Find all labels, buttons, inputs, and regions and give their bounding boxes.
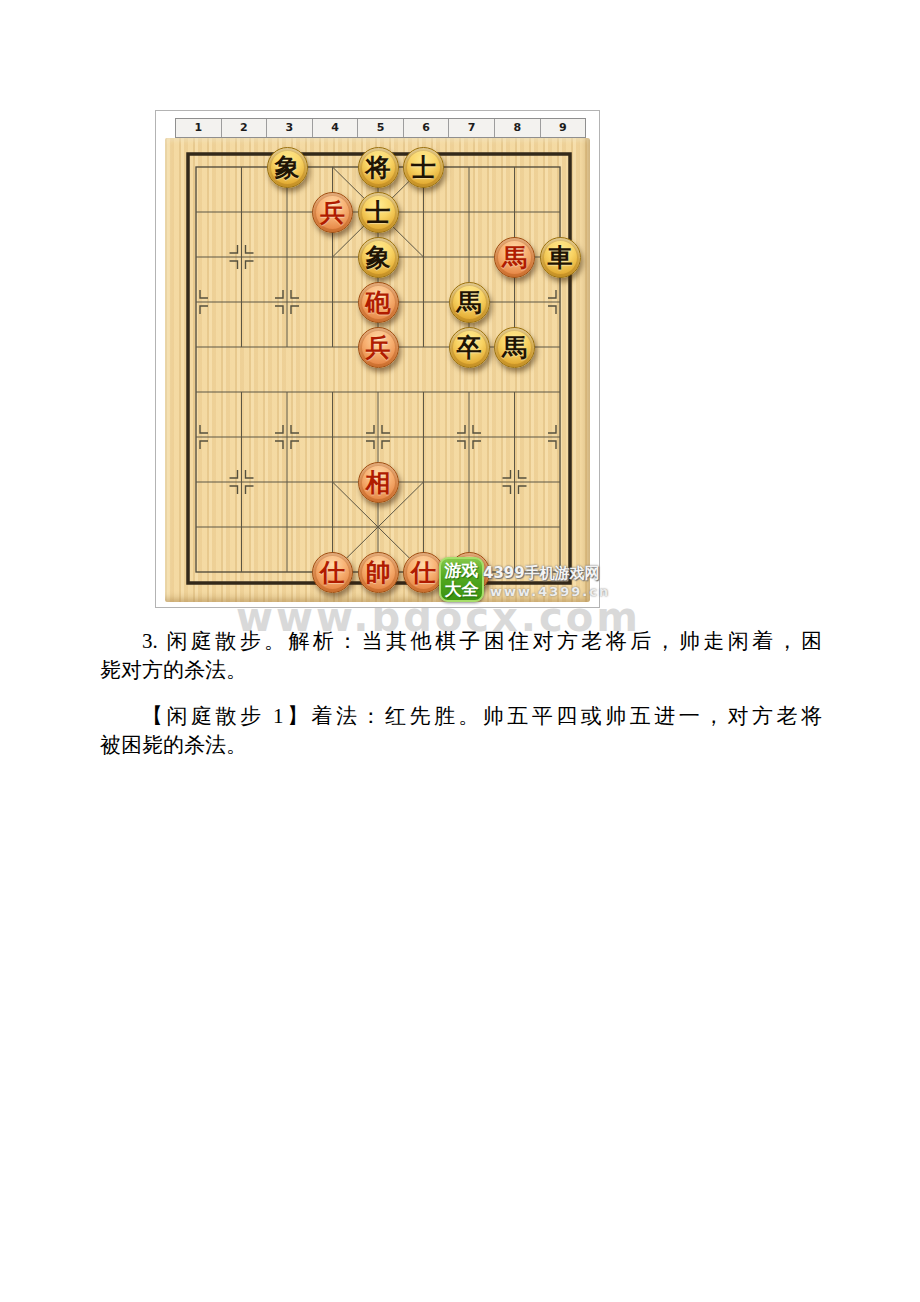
column-header-strip: 123456789 xyxy=(175,118,586,138)
xiangqi-board-image: 123456789 象将士兵士象馬車砲馬兵卒馬相仕帥仕相 游戏 大全 4399手… xyxy=(155,110,600,608)
column-label: 7 xyxy=(449,119,495,137)
piece-red-advisor: 仕 xyxy=(312,552,353,593)
piece-black-elephant: 象 xyxy=(358,237,399,278)
column-label: 8 xyxy=(495,119,541,137)
text-line: 【闲庭散步 1】着法：红先胜。帅五平四或帅五进一，对方老将 xyxy=(100,702,822,731)
piece-black-advisor: 士 xyxy=(403,147,444,188)
piece-red-soldier: 兵 xyxy=(312,192,353,233)
xiangqi-board: 象将士兵士象馬車砲馬兵卒馬相仕帥仕相 xyxy=(165,138,590,602)
piece-red-cannon: 砲 xyxy=(358,282,399,323)
text-line: 毙对方的杀法。 xyxy=(100,656,822,685)
text-line: 被困毙的杀法。 xyxy=(100,731,822,760)
column-label: 9 xyxy=(541,119,586,137)
piece-black-general: 将 xyxy=(358,147,399,188)
piece-red-advisor: 仕 xyxy=(403,552,444,593)
column-label: 4 xyxy=(313,119,359,137)
game-site-logo: 游戏 大全 xyxy=(439,557,484,602)
piece-black-soldier: 卒 xyxy=(449,327,490,368)
piece-red-elephant: 相 xyxy=(358,462,399,503)
column-label: 6 xyxy=(404,119,450,137)
text-line: 3. 闲庭散步。解析：当其他棋子困住对方老将后，帅走闲着，困 xyxy=(100,627,822,656)
piece-red-general: 帥 xyxy=(358,552,399,593)
column-label: 2 xyxy=(222,119,268,137)
logo-text-bottom: 大全 xyxy=(445,580,479,599)
piece-black-elephant: 象 xyxy=(267,147,308,188)
piece-black-chariot: 車 xyxy=(540,237,581,278)
paragraph-solution: 【闲庭散步 1】着法：红先胜。帅五平四或帅五进一，对方老将 被困毙的杀法。 xyxy=(100,702,822,760)
paragraph-explanation: 3. 闲庭散步。解析：当其他棋子困住对方老将后，帅走闲着，困 毙对方的杀法。 xyxy=(100,627,822,685)
piece-red-horse: 馬 xyxy=(494,237,535,278)
piece-black-advisor: 士 xyxy=(358,192,399,233)
piece-black-horse: 馬 xyxy=(494,327,535,368)
site-name-watermark: 4399手机游戏网 xyxy=(483,564,600,583)
column-label: 5 xyxy=(358,119,404,137)
column-label: 3 xyxy=(267,119,313,137)
piece-black-horse: 馬 xyxy=(449,282,490,323)
logo-text-top: 游戏 xyxy=(445,561,479,580)
site-url-watermark: www.4399.cn xyxy=(490,584,610,599)
piece-red-soldier: 兵 xyxy=(358,327,399,368)
column-label: 1 xyxy=(176,119,222,137)
